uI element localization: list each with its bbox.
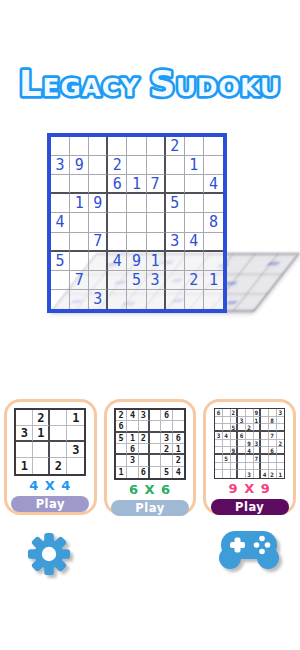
cell-r5c7 [261, 440, 269, 448]
cell-r4c2: 6 [127, 444, 138, 455]
mode-card-4x4: 2131312 4 X 4 Play [4, 399, 97, 515]
cell-r4c4 [150, 444, 161, 455]
cell-r4c2: 4 [223, 432, 231, 440]
cell-r9c1 [51, 290, 70, 309]
cell-r9c3 [231, 470, 239, 478]
cell-r7c3 [89, 252, 108, 271]
cell-r3c1 [215, 424, 223, 432]
cell-r2c6: 1 [254, 417, 262, 425]
cell-r5c8 [185, 213, 204, 232]
cell-r4c4 [67, 458, 84, 474]
cell-r2c1: 3 [16, 426, 33, 442]
cell-r9c2 [70, 290, 89, 309]
cell-r2c2 [127, 421, 138, 432]
cell-r7c5 [246, 455, 254, 463]
cell-r3c2 [223, 424, 231, 432]
cell-r2c3 [89, 156, 108, 175]
cell-r3c5: 2 [246, 424, 254, 432]
cell-r9c2 [223, 470, 231, 478]
cell-r6c3: 9 [231, 447, 239, 455]
cell-r4c2 [33, 458, 50, 474]
cell-r7c6: 1 [147, 252, 166, 271]
cell-r8c4 [238, 463, 246, 471]
cell-r1c1: 6 [215, 409, 223, 417]
cell-r1c7 [261, 409, 269, 417]
cell-r4c8 [185, 194, 204, 213]
cell-r2c5 [161, 421, 172, 432]
cell-r6c9 [204, 233, 223, 252]
cell-r4c9 [277, 432, 285, 440]
cell-r7c5: 9 [127, 252, 146, 271]
cell-r5c4 [238, 440, 246, 448]
cell-r2c2 [223, 417, 231, 425]
cell-r2c1 [215, 417, 223, 425]
mode-card-9x9: 6293318523467932946573421 9 X 9 Play [203, 399, 296, 515]
cell-r1c6: 9 [254, 409, 262, 417]
cell-r3c4 [150, 433, 161, 444]
cell-r3c1 [16, 442, 33, 458]
cell-r7c8 [185, 252, 204, 271]
cell-r1c6 [147, 137, 166, 156]
cell-r1c2 [70, 137, 89, 156]
cell-r4c3 [139, 444, 150, 455]
cell-r7c1 [215, 455, 223, 463]
cell-r1c2 [223, 409, 231, 417]
cell-r1c3 [50, 410, 67, 426]
cell-r6c5: 5 [161, 467, 172, 478]
cell-r6c4 [108, 233, 127, 252]
cell-r3c9 [277, 424, 285, 432]
play-button-4x4[interactable]: Play [11, 496, 89, 512]
cell-r4c5 [246, 432, 254, 440]
cell-r7c3 [231, 455, 239, 463]
cell-r5c1: 4 [51, 213, 70, 232]
cell-r5c2 [223, 440, 231, 448]
cell-r7c9 [277, 455, 285, 463]
cell-r1c3: 2 [231, 409, 239, 417]
cell-r6c2 [223, 447, 231, 455]
cell-r2c5 [246, 417, 254, 425]
cell-r2c4: 2 [108, 156, 127, 175]
cell-r2c2: 9 [70, 156, 89, 175]
play-button-6x6[interactable]: Play [111, 500, 189, 516]
mode-label-6x6: 6 X 6 [129, 483, 171, 497]
cell-r2c4 [67, 426, 84, 442]
main-sudoku-board: 239216174195487345491753213 [47, 133, 227, 313]
cell-r7c6: 7 [254, 455, 262, 463]
cell-r5c6 [147, 213, 166, 232]
cell-r3c9: 4 [204, 175, 223, 194]
cell-r5c7 [166, 213, 185, 232]
cell-r2c3 [139, 421, 150, 432]
cell-r2c9 [277, 417, 285, 425]
cell-r6c6: 4 [173, 467, 184, 478]
cell-r6c9 [277, 447, 285, 455]
cell-r5c9: 2 [277, 440, 285, 448]
cell-r3c3 [89, 175, 108, 194]
cell-r6c6 [147, 233, 166, 252]
cell-r5c5 [161, 455, 172, 466]
cell-r3c6: 7 [147, 175, 166, 194]
mode-cards: 2131312 4 X 4 Play 2436651236621321654 6… [0, 399, 300, 515]
cell-r3c8 [185, 175, 204, 194]
cell-r5c2: 3 [127, 455, 138, 466]
cell-r9c5: 3 [246, 470, 254, 478]
cell-r5c3 [89, 213, 108, 232]
mode-label-9x9: 9 X 9 [229, 482, 271, 496]
cell-r8c6: 3 [147, 271, 166, 290]
cell-r7c7 [261, 455, 269, 463]
cell-r8c2 [223, 463, 231, 471]
cell-r7c7 [166, 252, 185, 271]
cell-r3c2 [70, 175, 89, 194]
mini-board-6x6: 2436651236621321654 [114, 408, 186, 480]
cell-r9c8 [185, 290, 204, 309]
cell-r9c9: 1 [277, 470, 285, 478]
cell-r4c3 [231, 432, 239, 440]
cell-r1c3: 3 [139, 410, 150, 421]
cell-r3c3 [50, 442, 67, 458]
cell-r9c9 [204, 290, 223, 309]
game-center-button[interactable] [217, 527, 281, 576]
cell-r1c4 [150, 410, 161, 421]
cell-r2c3 [231, 417, 239, 425]
cell-r2c7 [261, 417, 269, 425]
cell-r1c4: 1 [67, 410, 84, 426]
cell-r4c7: 5 [166, 194, 185, 213]
cell-r5c6: 2 [173, 455, 184, 466]
cell-r5c3 [139, 455, 150, 466]
cell-r3c6 [254, 424, 262, 432]
cell-r7c8 [269, 455, 277, 463]
cell-r3c8 [269, 424, 277, 432]
cell-r4c1: 1 [16, 458, 33, 474]
cell-r5c3 [231, 440, 239, 448]
cell-r9c4 [108, 290, 127, 309]
gear-icon [26, 531, 72, 577]
cell-r6c7: 3 [166, 233, 185, 252]
cell-r9c1 [215, 470, 223, 478]
cell-r7c2 [70, 252, 89, 271]
cell-r5c9: 8 [204, 213, 223, 232]
cell-r9c6 [147, 290, 166, 309]
mini-board-9x9: 6293318523467932946573421 [214, 408, 285, 479]
cell-r5c5 [127, 213, 146, 232]
cell-r6c4 [150, 467, 161, 478]
mini-board-4x4: 2131312 [14, 408, 86, 476]
cell-r4c8: 7 [269, 432, 277, 440]
cell-r3c3: 2 [139, 433, 150, 444]
cell-r6c7 [261, 447, 269, 455]
cell-r7c1: 5 [51, 252, 70, 271]
cell-r5c5: 9 [246, 440, 254, 448]
cell-r7c4: 4 [108, 252, 127, 271]
cell-r4c3: 2 [50, 458, 67, 474]
cell-r6c2 [127, 467, 138, 478]
cell-r6c1 [51, 233, 70, 252]
cell-r1c9: 3 [277, 409, 285, 417]
cell-r2c4: 3 [238, 417, 246, 425]
gamepad-icon [217, 527, 281, 573]
cell-r4c2: 1 [70, 194, 89, 213]
cell-r3c7 [261, 424, 269, 432]
cell-r8c3 [89, 271, 108, 290]
cell-r2c8: 1 [185, 156, 204, 175]
cell-r8c8: 2 [185, 271, 204, 290]
cell-r8c1 [51, 271, 70, 290]
cell-r3c3: 5 [231, 424, 239, 432]
title-word-legacy: Legacy [19, 63, 140, 104]
cell-r8c5 [246, 463, 254, 471]
cell-r2c7 [166, 156, 185, 175]
cell-r9c7: 4 [261, 470, 269, 478]
cell-r9c8: 2 [269, 470, 277, 478]
cell-r1c1: 2 [116, 410, 127, 421]
cell-r9c7 [166, 290, 185, 309]
app-screen: { "game": "sudoku", "position": "......2… [0, 0, 300, 650]
svg-text:LegacySudoku: LegacySudoku [19, 63, 281, 104]
cell-r3c4 [238, 424, 246, 432]
cell-r5c1 [116, 455, 127, 466]
cell-r9c5 [127, 290, 146, 309]
cell-r4c1 [51, 194, 70, 213]
cell-r9c6 [254, 470, 262, 478]
cell-r3c5: 3 [161, 433, 172, 444]
cell-r2c8: 8 [269, 417, 277, 425]
cell-r1c5 [246, 409, 254, 417]
cell-r1c7: 2 [166, 137, 185, 156]
cell-r8c9 [277, 463, 285, 471]
app-title: LegacySudoku [0, 54, 300, 112]
cell-r6c6 [254, 447, 262, 455]
cell-r1c2: 2 [33, 410, 50, 426]
play-button-9x9[interactable]: Play [211, 499, 289, 515]
cell-r2c4 [150, 421, 161, 432]
cell-r3c2: 1 [127, 433, 138, 444]
cell-r3c7 [166, 175, 185, 194]
cell-r6c4 [238, 447, 246, 455]
cell-r1c4 [238, 409, 246, 417]
cell-r1c8 [185, 137, 204, 156]
cell-r6c2 [70, 233, 89, 252]
mode-card-6x6: 2436651236621321654 6 X 6 Play [104, 399, 197, 515]
cell-r2c6 [147, 156, 166, 175]
cell-r6c1: 1 [116, 467, 127, 478]
cell-r9c4 [238, 470, 246, 478]
cell-r5c8 [269, 440, 277, 448]
cell-r8c5: 5 [127, 271, 146, 290]
cell-r2c5 [127, 156, 146, 175]
cell-r4c1: 3 [215, 432, 223, 440]
cell-r4c4: 6 [238, 432, 246, 440]
cell-r1c5: 6 [161, 410, 172, 421]
cell-r3c4: 3 [67, 442, 84, 458]
cell-r4c5: 2 [161, 444, 172, 455]
cell-r3c4: 6 [108, 175, 127, 194]
settings-button[interactable] [26, 531, 72, 580]
cell-r5c1 [215, 440, 223, 448]
cell-r6c5: 4 [246, 447, 254, 455]
cell-r4c5 [127, 194, 146, 213]
cell-r4c1 [116, 444, 127, 455]
cell-r4c6 [254, 432, 262, 440]
cell-r1c3 [89, 137, 108, 156]
title-word-sudoku: Sudoku [149, 63, 281, 104]
cell-r4c4 [108, 194, 127, 213]
cell-r1c9 [204, 137, 223, 156]
cell-r4c9 [204, 194, 223, 213]
cell-r8c7 [261, 463, 269, 471]
cell-r2c1: 6 [116, 421, 127, 432]
cell-r3c2 [33, 442, 50, 458]
cell-r5c4 [108, 213, 127, 232]
cell-r2c9 [204, 156, 223, 175]
cell-r4c3: 9 [89, 194, 108, 213]
cell-r9c3: 3 [89, 290, 108, 309]
cell-r7c2: 5 [223, 455, 231, 463]
cell-r8c3 [231, 463, 239, 471]
cell-r6c1 [215, 447, 223, 455]
cell-r2c2: 1 [33, 426, 50, 442]
cell-r8c7 [166, 271, 185, 290]
cell-r2c1: 3 [51, 156, 70, 175]
cell-r1c6 [173, 410, 184, 421]
cell-r6c8: 4 [185, 233, 204, 252]
cell-r7c9 [204, 252, 223, 271]
cell-r1c4 [108, 137, 127, 156]
cell-r1c5 [127, 137, 146, 156]
cell-r6c5 [127, 233, 146, 252]
cell-r5c2 [70, 213, 89, 232]
cell-r8c1 [215, 463, 223, 471]
cell-r6c8: 6 [269, 447, 277, 455]
cell-r4c6 [147, 194, 166, 213]
cell-r3c1: 5 [116, 433, 127, 444]
cell-r5c4 [150, 455, 161, 466]
cell-r8c9: 1 [204, 271, 223, 290]
cell-r1c1 [51, 137, 70, 156]
cell-r8c4 [108, 271, 127, 290]
cell-r6c3: 7 [89, 233, 108, 252]
cell-r3c5: 1 [127, 175, 146, 194]
cell-r7c4 [238, 455, 246, 463]
cell-r6c3: 6 [139, 467, 150, 478]
cell-r5c6: 3 [254, 440, 262, 448]
mode-label-4x4: 4 X 4 [29, 479, 71, 493]
cell-r3c1 [51, 175, 70, 194]
cell-r2c6 [173, 421, 184, 432]
cell-r8c2: 7 [70, 271, 89, 290]
cell-r1c8 [269, 409, 277, 417]
cell-r3c6: 6 [173, 433, 184, 444]
cell-r1c2: 4 [127, 410, 138, 421]
cell-r2c3 [50, 426, 67, 442]
cell-r1c1 [16, 410, 33, 426]
cell-r8c8 [269, 463, 277, 471]
cell-r8c6 [254, 463, 262, 471]
cell-r4c7 [261, 432, 269, 440]
cell-r4c6: 1 [173, 444, 184, 455]
